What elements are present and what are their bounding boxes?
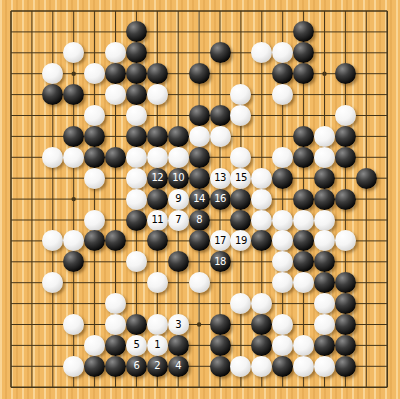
white-stone[interactable] — [147, 272, 168, 293]
white-stone[interactable] — [251, 189, 272, 210]
white-stone[interactable] — [126, 189, 147, 210]
black-stone[interactable] — [189, 147, 210, 168]
white-stone[interactable] — [189, 272, 210, 293]
black-stone[interactable] — [210, 356, 231, 377]
move-number-label: 8 — [196, 215, 202, 225]
white-stone[interactable]: 9 — [168, 189, 189, 210]
black-stone[interactable] — [272, 168, 293, 189]
black-stone[interactable] — [293, 189, 314, 210]
white-stone[interactable] — [126, 105, 147, 126]
black-stone[interactable] — [105, 335, 126, 356]
black-stone[interactable] — [314, 168, 335, 189]
white-stone[interactable] — [84, 168, 105, 189]
white-stone[interactable] — [84, 335, 105, 356]
white-stone[interactable]: 17 — [210, 230, 231, 251]
move-number-label: 14 — [193, 194, 205, 204]
white-stone[interactable] — [147, 314, 168, 335]
black-stone[interactable] — [335, 147, 356, 168]
black-stone[interactable] — [147, 126, 168, 147]
move-number-label: 4 — [175, 361, 181, 371]
black-stone[interactable] — [168, 251, 189, 272]
black-stone[interactable] — [105, 147, 126, 168]
white-stone[interactable]: 3 — [168, 314, 189, 335]
white-stone[interactable]: 1 — [147, 335, 168, 356]
black-stone[interactable] — [84, 147, 105, 168]
black-stone[interactable] — [335, 63, 356, 84]
black-stone[interactable] — [168, 335, 189, 356]
black-stone[interactable] — [314, 189, 335, 210]
black-stone[interactable] — [126, 63, 147, 84]
white-stone[interactable] — [147, 84, 168, 105]
black-stone[interactable] — [210, 42, 231, 63]
white-stone[interactable] — [189, 126, 210, 147]
move-number-label: 13 — [214, 173, 226, 183]
black-stone[interactable]: 16 — [210, 189, 231, 210]
black-stone[interactable] — [189, 168, 210, 189]
black-stone[interactable] — [335, 314, 356, 335]
move-number-label: 10 — [172, 173, 184, 183]
white-stone[interactable] — [126, 168, 147, 189]
black-stone[interactable] — [168, 126, 189, 147]
black-stone[interactable] — [293, 126, 314, 147]
white-stone[interactable] — [251, 168, 272, 189]
black-stone[interactable] — [147, 63, 168, 84]
move-number-label: 3 — [175, 320, 181, 330]
black-stone[interactable]: 12 — [147, 168, 168, 189]
black-stone[interactable] — [335, 335, 356, 356]
black-stone[interactable] — [189, 230, 210, 251]
black-stone[interactable] — [335, 272, 356, 293]
white-stone[interactable] — [314, 147, 335, 168]
white-stone[interactable] — [84, 210, 105, 231]
move-number-label: 7 — [175, 215, 181, 225]
black-stone[interactable] — [63, 126, 84, 147]
black-stone[interactable] — [210, 314, 231, 335]
white-stone[interactable]: 7 — [168, 210, 189, 231]
white-stone[interactable] — [126, 147, 147, 168]
white-stone[interactable] — [293, 335, 314, 356]
white-stone[interactable] — [314, 210, 335, 231]
black-stone[interactable] — [335, 356, 356, 377]
white-stone[interactable] — [251, 210, 272, 231]
black-stone[interactable] — [230, 189, 251, 210]
black-stone[interactable] — [126, 314, 147, 335]
go-board[interactable]: 12101315914161178171918351624 — [0, 0, 400, 399]
black-stone[interactable] — [230, 210, 251, 231]
black-stone[interactable] — [210, 105, 231, 126]
black-stone[interactable] — [84, 126, 105, 147]
black-stone[interactable] — [105, 356, 126, 377]
white-stone[interactable]: 11 — [147, 210, 168, 231]
star-point — [322, 72, 326, 76]
black-stone[interactable] — [293, 147, 314, 168]
white-stone[interactable] — [272, 335, 293, 356]
white-stone[interactable] — [63, 356, 84, 377]
black-stone[interactable] — [84, 356, 105, 377]
white-stone[interactable] — [293, 356, 314, 377]
black-stone[interactable]: 2 — [147, 356, 168, 377]
black-stone[interactable] — [314, 335, 335, 356]
white-stone[interactable] — [210, 126, 231, 147]
white-stone[interactable] — [168, 147, 189, 168]
white-stone[interactable] — [272, 147, 293, 168]
black-stone[interactable] — [335, 189, 356, 210]
move-number-label: 15 — [235, 173, 247, 183]
black-stone[interactable]: 6 — [126, 356, 147, 377]
black-stone[interactable] — [126, 210, 147, 231]
black-stone[interactable] — [126, 84, 147, 105]
move-number-label: 17 — [214, 236, 226, 246]
move-number-label: 2 — [154, 361, 160, 371]
white-stone[interactable] — [314, 126, 335, 147]
move-number-label: 11 — [151, 215, 163, 225]
white-stone[interactable]: 15 — [230, 168, 251, 189]
move-number-label: 6 — [133, 361, 139, 371]
black-stone[interactable]: 10 — [168, 168, 189, 189]
black-stone[interactable]: 8 — [189, 210, 210, 231]
black-stone[interactable] — [335, 126, 356, 147]
move-number-label: 5 — [133, 340, 139, 350]
white-stone[interactable] — [84, 105, 105, 126]
black-stone[interactable] — [272, 356, 293, 377]
move-number-label: 9 — [175, 194, 181, 204]
black-stone[interactable] — [189, 63, 210, 84]
star-point — [72, 72, 76, 76]
white-stone[interactable] — [147, 147, 168, 168]
white-stone[interactable] — [42, 147, 63, 168]
white-stone[interactable] — [314, 314, 335, 335]
white-stone[interactable] — [314, 356, 335, 377]
white-stone[interactable] — [251, 356, 272, 377]
star-point — [72, 197, 76, 201]
move-number-label: 1 — [154, 340, 160, 350]
white-stone[interactable] — [105, 314, 126, 335]
black-stone[interactable]: 14 — [189, 189, 210, 210]
white-stone[interactable] — [63, 147, 84, 168]
white-stone[interactable]: 5 — [126, 335, 147, 356]
black-stone[interactable]: 4 — [168, 356, 189, 377]
move-number-label: 19 — [235, 236, 247, 246]
white-stone[interactable] — [105, 293, 126, 314]
white-stone[interactable] — [105, 84, 126, 105]
white-stone[interactable] — [272, 210, 293, 231]
white-stone[interactable]: 13 — [210, 168, 231, 189]
move-number-label: 18 — [214, 257, 226, 267]
black-stone[interactable] — [189, 105, 210, 126]
star-point — [197, 322, 201, 326]
move-number-label: 16 — [214, 194, 226, 204]
white-stone[interactable] — [335, 105, 356, 126]
black-stone[interactable] — [335, 293, 356, 314]
black-stone[interactable] — [210, 335, 231, 356]
black-stone[interactable] — [147, 189, 168, 210]
black-stone[interactable] — [126, 126, 147, 147]
black-stone[interactable]: 18 — [210, 251, 231, 272]
white-stone[interactable] — [293, 210, 314, 231]
white-stone[interactable] — [314, 293, 335, 314]
move-number-label: 12 — [151, 173, 163, 183]
black-stone[interactable] — [356, 168, 377, 189]
